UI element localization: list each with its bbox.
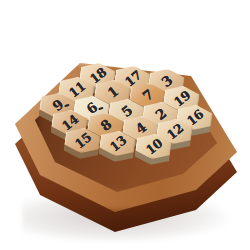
puzzle-photo: 18173111719965216148412151310 — [0, 0, 250, 250]
tile-13[interactable]: 13 — [98, 128, 136, 158]
tile-15[interactable]: 15 — [63, 125, 101, 155]
tile-10[interactable]: 10 — [134, 131, 172, 161]
tiles-layer: 18173111719965216148412151310 — [0, 0, 250, 250]
